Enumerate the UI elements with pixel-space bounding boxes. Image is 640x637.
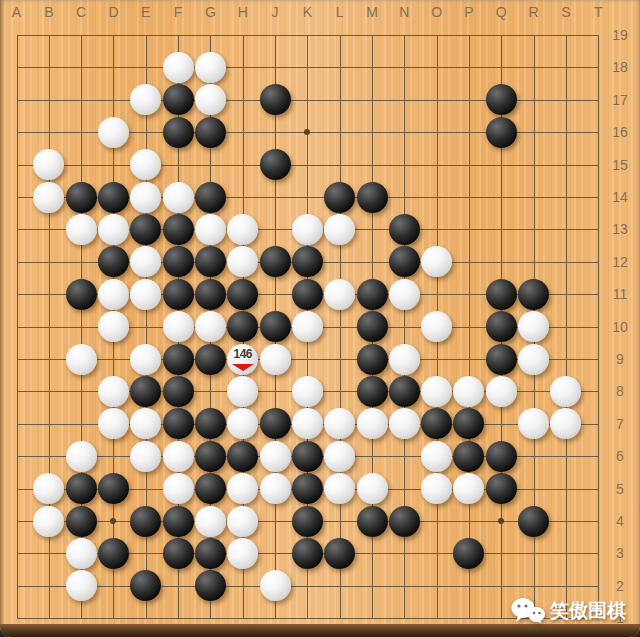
row-label: 7 bbox=[604, 416, 636, 432]
column-label: L bbox=[330, 4, 350, 20]
white-stone bbox=[227, 408, 258, 439]
black-stone bbox=[195, 441, 226, 472]
black-stone bbox=[66, 182, 97, 213]
black-stone bbox=[130, 214, 161, 245]
white-stone bbox=[195, 84, 226, 115]
white-stone bbox=[292, 311, 323, 342]
row-label: 3 bbox=[604, 545, 636, 561]
black-stone bbox=[195, 570, 226, 601]
black-stone bbox=[518, 279, 549, 310]
row-label: 6 bbox=[604, 448, 636, 464]
row-label: 16 bbox=[604, 124, 636, 140]
black-stone bbox=[453, 441, 484, 472]
row-label: 5 bbox=[604, 481, 636, 497]
white-stone bbox=[66, 538, 97, 569]
black-stone bbox=[292, 538, 323, 569]
white-stone bbox=[130, 149, 161, 180]
white-stone bbox=[389, 408, 420, 439]
white-stone bbox=[33, 182, 64, 213]
white-stone bbox=[421, 311, 452, 342]
black-stone bbox=[292, 279, 323, 310]
white-stone bbox=[421, 473, 452, 504]
column-label: K bbox=[297, 4, 317, 20]
black-stone bbox=[195, 246, 226, 277]
black-stone bbox=[453, 538, 484, 569]
row-label: 9 bbox=[604, 351, 636, 367]
white-stone bbox=[518, 344, 549, 375]
white-stone bbox=[130, 84, 161, 115]
white-stone bbox=[389, 344, 420, 375]
white-stone bbox=[518, 408, 549, 439]
black-stone bbox=[486, 473, 517, 504]
black-stone bbox=[389, 246, 420, 277]
board-bottom-edge bbox=[0, 624, 640, 637]
white-stone bbox=[163, 182, 194, 213]
white-stone bbox=[260, 570, 291, 601]
black-stone bbox=[486, 441, 517, 472]
star-point bbox=[304, 129, 310, 135]
black-stone bbox=[486, 311, 517, 342]
black-stone bbox=[195, 182, 226, 213]
black-stone bbox=[163, 117, 194, 148]
black-stone bbox=[486, 344, 517, 375]
white-stone bbox=[453, 473, 484, 504]
black-stone bbox=[292, 506, 323, 537]
row-label: 17 bbox=[604, 92, 636, 108]
white-stone bbox=[260, 441, 291, 472]
black-stone bbox=[389, 506, 420, 537]
white-stone bbox=[518, 311, 549, 342]
black-stone bbox=[195, 117, 226, 148]
row-label: 12 bbox=[604, 254, 636, 270]
column-label: F bbox=[168, 4, 188, 20]
star-point bbox=[110, 518, 116, 524]
black-stone bbox=[260, 84, 291, 115]
watermark-text: 笑傲围棋 bbox=[550, 598, 626, 624]
black-stone bbox=[163, 376, 194, 407]
black-stone bbox=[130, 376, 161, 407]
white-stone bbox=[292, 408, 323, 439]
black-stone bbox=[389, 376, 420, 407]
white-stone bbox=[227, 506, 258, 537]
column-label: H bbox=[233, 4, 253, 20]
white-stone bbox=[98, 214, 129, 245]
row-label: 13 bbox=[604, 221, 636, 237]
black-stone bbox=[163, 538, 194, 569]
white-stone bbox=[550, 376, 581, 407]
black-stone bbox=[357, 279, 388, 310]
row-label: 8 bbox=[604, 383, 636, 399]
white-stone bbox=[292, 376, 323, 407]
black-stone bbox=[163, 279, 194, 310]
black-stone bbox=[486, 279, 517, 310]
grid-line-horizontal bbox=[17, 67, 600, 68]
black-stone bbox=[292, 246, 323, 277]
white-stone bbox=[66, 570, 97, 601]
black-stone bbox=[195, 344, 226, 375]
white-stone bbox=[33, 473, 64, 504]
white-stone bbox=[292, 214, 323, 245]
white-stone bbox=[163, 52, 194, 83]
column-label: B bbox=[39, 4, 59, 20]
white-stone bbox=[98, 117, 129, 148]
row-label: 15 bbox=[604, 157, 636, 173]
black-stone bbox=[163, 84, 194, 115]
black-stone bbox=[98, 182, 129, 213]
white-stone bbox=[130, 441, 161, 472]
white-stone bbox=[130, 246, 161, 277]
black-stone bbox=[389, 214, 420, 245]
black-stone bbox=[357, 182, 388, 213]
column-label: T bbox=[588, 4, 608, 20]
white-stone bbox=[421, 246, 452, 277]
row-label: 14 bbox=[604, 189, 636, 205]
black-stone bbox=[260, 246, 291, 277]
row-label: 4 bbox=[604, 513, 636, 529]
black-stone bbox=[518, 506, 549, 537]
row-label: 18 bbox=[604, 59, 636, 75]
black-stone bbox=[163, 246, 194, 277]
black-stone bbox=[357, 506, 388, 537]
white-stone bbox=[260, 344, 291, 375]
white-stone bbox=[163, 441, 194, 472]
last-move-stone: 146 bbox=[227, 344, 258, 375]
white-stone bbox=[130, 279, 161, 310]
white-stone bbox=[66, 441, 97, 472]
white-stone bbox=[98, 408, 129, 439]
white-stone bbox=[421, 441, 452, 472]
black-stone bbox=[163, 506, 194, 537]
black-stone bbox=[98, 538, 129, 569]
black-stone bbox=[227, 279, 258, 310]
white-stone bbox=[324, 473, 355, 504]
white-stone bbox=[195, 311, 226, 342]
grid-line-horizontal bbox=[17, 165, 600, 166]
black-stone bbox=[195, 279, 226, 310]
black-stone bbox=[163, 408, 194, 439]
column-label: R bbox=[524, 4, 544, 20]
column-label: A bbox=[7, 4, 27, 20]
white-stone bbox=[227, 246, 258, 277]
watermark: 笑傲围棋 bbox=[511, 597, 626, 624]
black-stone bbox=[486, 117, 517, 148]
white-stone bbox=[130, 344, 161, 375]
white-stone bbox=[66, 214, 97, 245]
white-stone bbox=[421, 376, 452, 407]
black-stone bbox=[260, 311, 291, 342]
white-stone bbox=[163, 311, 194, 342]
white-stone bbox=[227, 376, 258, 407]
white-stone bbox=[195, 214, 226, 245]
black-stone bbox=[227, 311, 258, 342]
move-number-label: 146 bbox=[227, 347, 258, 361]
black-stone bbox=[227, 441, 258, 472]
row-label: 10 bbox=[604, 319, 636, 335]
black-stone bbox=[66, 279, 97, 310]
black-stone bbox=[195, 473, 226, 504]
white-stone bbox=[227, 538, 258, 569]
black-stone bbox=[324, 538, 355, 569]
white-stone bbox=[550, 408, 581, 439]
grid-line-horizontal bbox=[17, 35, 600, 36]
black-stone bbox=[163, 214, 194, 245]
column-label: C bbox=[71, 4, 91, 20]
white-stone bbox=[195, 506, 226, 537]
column-label: Q bbox=[491, 4, 511, 20]
column-label: G bbox=[200, 4, 220, 20]
black-stone bbox=[260, 408, 291, 439]
black-stone bbox=[260, 149, 291, 180]
black-stone bbox=[324, 182, 355, 213]
white-stone bbox=[324, 214, 355, 245]
black-stone bbox=[486, 84, 517, 115]
white-stone bbox=[486, 376, 517, 407]
black-stone bbox=[195, 538, 226, 569]
last-move-marker-triangle bbox=[232, 364, 254, 371]
white-stone bbox=[33, 149, 64, 180]
grid-line-horizontal bbox=[17, 586, 600, 587]
white-stone bbox=[389, 279, 420, 310]
black-stone bbox=[66, 473, 97, 504]
white-stone bbox=[324, 441, 355, 472]
black-stone bbox=[130, 506, 161, 537]
black-stone bbox=[453, 408, 484, 439]
black-stone bbox=[98, 473, 129, 504]
column-label: O bbox=[427, 4, 447, 20]
column-label: N bbox=[394, 4, 414, 20]
row-label: 2 bbox=[604, 578, 636, 594]
white-stone bbox=[324, 279, 355, 310]
black-stone bbox=[357, 311, 388, 342]
column-label: S bbox=[556, 4, 576, 20]
white-stone bbox=[453, 376, 484, 407]
white-stone bbox=[227, 214, 258, 245]
white-stone bbox=[98, 376, 129, 407]
column-label: M bbox=[362, 4, 382, 20]
white-stone bbox=[163, 473, 194, 504]
column-label: D bbox=[103, 4, 123, 20]
white-stone bbox=[260, 473, 291, 504]
column-label: P bbox=[459, 4, 479, 20]
white-stone bbox=[98, 279, 129, 310]
go-board[interactable]: ABCDEFGHJKLMNOPQRST191817161514131211109… bbox=[0, 0, 640, 637]
black-stone bbox=[421, 408, 452, 439]
black-stone bbox=[163, 344, 194, 375]
white-stone bbox=[130, 408, 161, 439]
wechat-bubbles-icon bbox=[511, 597, 545, 624]
white-stone bbox=[357, 408, 388, 439]
white-stone bbox=[324, 408, 355, 439]
black-stone bbox=[195, 408, 226, 439]
white-stone bbox=[66, 344, 97, 375]
column-label: E bbox=[136, 4, 156, 20]
black-stone bbox=[130, 570, 161, 601]
black-stone bbox=[66, 506, 97, 537]
black-stone bbox=[292, 441, 323, 472]
white-stone bbox=[98, 311, 129, 342]
black-stone bbox=[98, 246, 129, 277]
white-stone bbox=[130, 182, 161, 213]
black-stone bbox=[357, 344, 388, 375]
white-stone bbox=[33, 506, 64, 537]
black-stone bbox=[292, 473, 323, 504]
black-stone bbox=[357, 376, 388, 407]
row-label: 19 bbox=[604, 27, 636, 43]
star-point bbox=[498, 518, 504, 524]
go-app-window: ABCDEFGHJKLMNOPQRST191817161514131211109… bbox=[0, 0, 640, 637]
white-stone bbox=[357, 473, 388, 504]
white-stone bbox=[195, 52, 226, 83]
row-label: 11 bbox=[604, 286, 636, 302]
column-label: J bbox=[265, 4, 285, 20]
white-stone bbox=[227, 473, 258, 504]
